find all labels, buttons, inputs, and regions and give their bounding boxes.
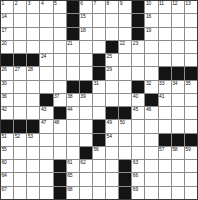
crossword-cell[interactable] — [80, 187, 92, 199]
crossword-cell[interactable] — [14, 160, 26, 172]
crossword-cell[interactable] — [172, 54, 184, 66]
crossword-cell[interactable] — [80, 41, 92, 53]
crossword-cell[interactable] — [40, 67, 52, 79]
crossword-cell[interactable] — [67, 147, 79, 159]
clue-number: 59 — [185, 147, 190, 152]
crossword-cell[interactable]: 36 — [1, 94, 13, 106]
clue-number: 23 — [133, 41, 138, 46]
crossword-cell[interactable] — [132, 67, 144, 79]
black-cell — [93, 134, 105, 146]
clue-number: 2 — [15, 1, 18, 6]
crossword-cell[interactable] — [145, 41, 157, 53]
clue-number: 15 — [80, 14, 85, 19]
crossword-cell[interactable] — [80, 67, 92, 79]
clue-number: 14 — [2, 14, 7, 19]
crossword-cell[interactable]: 15 — [80, 14, 92, 26]
crossword-cell[interactable]: 43 — [40, 107, 52, 119]
clue-number: 56 — [93, 147, 98, 152]
black-cell — [132, 1, 144, 13]
crossword-cell[interactable] — [54, 14, 66, 26]
crossword-cell[interactable] — [93, 94, 105, 106]
crossword-cell[interactable] — [185, 187, 197, 199]
crossword-cell[interactable] — [67, 54, 79, 66]
crossword-cell[interactable] — [54, 81, 66, 93]
crossword-cell[interactable] — [106, 28, 118, 40]
black-cell — [132, 28, 144, 40]
crossword-cell[interactable] — [106, 187, 118, 199]
crossword-cell[interactable] — [132, 120, 144, 132]
crossword-cell[interactable] — [145, 160, 157, 172]
crossword-cell[interactable] — [54, 41, 66, 53]
crossword-cell[interactable]: 10 — [145, 1, 157, 13]
black-cell — [40, 94, 52, 106]
crossword-cell[interactable] — [159, 54, 171, 66]
clue-number: 17 — [2, 28, 7, 33]
clue-number: 24 — [41, 54, 46, 59]
crossword-cell[interactable] — [14, 94, 26, 106]
crossword-cell[interactable] — [119, 67, 131, 79]
clue-number: 7 — [93, 1, 96, 6]
crossword-cell[interactable]: 31 — [93, 81, 105, 93]
clue-number: 65 — [67, 173, 72, 178]
crossword-cell[interactable]: 46 — [145, 107, 157, 119]
crossword-cell[interactable]: 22 — [119, 41, 131, 53]
black-cell — [145, 94, 157, 106]
clue-number: 57 — [159, 147, 164, 152]
crossword-cell[interactable] — [172, 41, 184, 53]
crossword-cell[interactable] — [172, 94, 184, 106]
crossword-cell[interactable]: 65 — [67, 173, 79, 185]
crossword-cell[interactable] — [159, 41, 171, 53]
crossword-cell[interactable] — [14, 107, 26, 119]
crossword-cell[interactable] — [159, 187, 171, 199]
crossword-cell[interactable] — [172, 107, 184, 119]
clue-number: 29 — [107, 67, 112, 72]
crossword-cell[interactable] — [80, 107, 92, 119]
clue-number: 52 — [15, 134, 20, 139]
crossword-cell[interactable] — [172, 28, 184, 40]
clue-number: 12 — [172, 1, 177, 6]
crossword-cell[interactable] — [185, 41, 197, 53]
crossword-cell[interactable]: 12 — [172, 1, 184, 13]
crossword-cell[interactable]: 1 — [1, 1, 13, 13]
crossword-cell[interactable] — [159, 173, 171, 185]
crossword-cell[interactable]: 63 — [132, 160, 144, 172]
crossword-cell[interactable] — [93, 41, 105, 53]
crossword-cell[interactable]: 59 — [185, 147, 197, 159]
crossword-cell[interactable]: 58 — [172, 147, 184, 159]
black-cell — [80, 81, 92, 93]
crossword-cell[interactable]: 21 — [67, 41, 79, 53]
crossword-cell[interactable] — [93, 173, 105, 185]
crossword-cell[interactable] — [54, 54, 66, 66]
clue-number: 27 — [15, 67, 20, 72]
clue-number: 21 — [67, 41, 72, 46]
crossword-cell[interactable]: 18 — [80, 28, 92, 40]
crossword-cell[interactable] — [14, 41, 26, 53]
crossword-cell[interactable] — [27, 173, 39, 185]
clue-number: 18 — [80, 28, 85, 33]
crossword-cell[interactable]: 62 — [80, 160, 92, 172]
crossword-cell[interactable] — [93, 107, 105, 119]
crossword-cell[interactable]: 52 — [14, 134, 26, 146]
crossword-cell[interactable] — [27, 14, 39, 26]
clue-number: 28 — [28, 67, 33, 72]
clue-number: 22 — [120, 41, 125, 46]
black-cell — [106, 107, 118, 119]
crossword-cell[interactable]: 3 — [27, 1, 39, 13]
crossword-cell[interactable] — [106, 94, 118, 106]
black-cell — [54, 107, 66, 119]
black-cell — [132, 81, 144, 93]
clue-number: 69 — [133, 187, 138, 192]
crossword-cell[interactable] — [145, 120, 157, 132]
crossword-cell[interactable]: 32 — [145, 81, 157, 93]
crossword-cell[interactable] — [40, 41, 52, 53]
black-cell — [119, 107, 131, 119]
crossword-cell[interactable] — [106, 173, 118, 185]
crossword-cell[interactable] — [14, 173, 26, 185]
crossword-cell[interactable] — [54, 28, 66, 40]
crossword-cell[interactable]: 4 — [40, 1, 52, 13]
clue-number: 31 — [93, 81, 98, 86]
crossword-cell[interactable] — [145, 147, 157, 159]
crossword-cell[interactable] — [132, 54, 144, 66]
crossword-cell[interactable]: 42 — [1, 107, 13, 119]
crossword-cell[interactable] — [185, 120, 197, 132]
crossword-cell[interactable]: 66 — [132, 173, 144, 185]
clue-number: 19 — [146, 28, 151, 33]
crossword-cell[interactable] — [40, 134, 52, 146]
crossword-cell[interactable] — [27, 41, 39, 53]
crossword-cell[interactable] — [145, 134, 157, 146]
crossword-cell[interactable] — [159, 120, 171, 132]
black-cell — [159, 134, 171, 146]
clue-number: 58 — [172, 147, 177, 152]
crossword-cell[interactable] — [106, 81, 118, 93]
crossword-cell[interactable] — [172, 14, 184, 26]
crossword-cell[interactable] — [132, 134, 144, 146]
clue-number: 42 — [2, 107, 7, 112]
clue-number: 35 — [185, 81, 190, 86]
crossword-cell[interactable] — [14, 28, 26, 40]
black-cell — [67, 1, 79, 13]
crossword-cell[interactable] — [27, 187, 39, 199]
black-cell — [172, 134, 184, 146]
crossword-cell[interactable]: 68 — [67, 187, 79, 199]
black-cell — [185, 134, 197, 146]
clue-number: 38 — [67, 94, 72, 99]
crossword-cell[interactable] — [106, 14, 118, 26]
crossword-cell[interactable] — [27, 94, 39, 106]
crossword-cell[interactable]: 47 — [40, 120, 52, 132]
clue-number: 48 — [54, 120, 59, 125]
crossword-cell[interactable]: 7 — [93, 1, 105, 13]
clue-number: 39 — [80, 94, 85, 99]
crossword-cell[interactable] — [27, 107, 39, 119]
crossword-cell[interactable] — [106, 147, 118, 159]
clue-number: 41 — [159, 94, 164, 99]
crossword-cell[interactable] — [80, 134, 92, 146]
crossword-cell[interactable] — [185, 107, 197, 119]
black-cell — [119, 187, 131, 199]
black-cell — [119, 173, 131, 185]
crossword-cell[interactable]: 56 — [93, 147, 105, 159]
crossword-cell[interactable] — [40, 173, 52, 185]
crossword-cell[interactable]: 24 — [40, 54, 52, 66]
clue-number: 45 — [133, 107, 138, 112]
crossword-cell[interactable] — [172, 120, 184, 132]
crossword-cell[interactable]: 51 — [1, 134, 13, 146]
black-cell — [27, 54, 39, 66]
crossword-cell[interactable]: 28 — [27, 67, 39, 79]
crossword-cell[interactable]: 33 — [159, 81, 171, 93]
clue-number: 4 — [41, 1, 44, 6]
crossword-cell[interactable]: 67 — [1, 187, 13, 199]
crossword-cell[interactable]: 69 — [132, 187, 144, 199]
clue-number: 5 — [54, 1, 57, 6]
clue-number: 63 — [133, 160, 138, 165]
crossword-cell[interactable] — [145, 67, 157, 79]
clue-number: 6 — [80, 1, 83, 6]
clue-number: 1 — [2, 1, 5, 6]
clue-number: 13 — [185, 1, 190, 6]
clue-number: 54 — [107, 134, 112, 139]
black-cell — [80, 147, 92, 159]
black-cell — [172, 67, 184, 79]
crossword-cell[interactable] — [40, 160, 52, 172]
black-cell — [27, 120, 39, 132]
clue-number: 44 — [67, 107, 72, 112]
clue-number: 64 — [2, 173, 7, 178]
crossword-cell[interactable]: 9 — [119, 1, 131, 13]
clue-number: 43 — [41, 107, 46, 112]
crossword-cell[interactable] — [172, 160, 184, 172]
crossword-cell[interactable]: 17 — [1, 28, 13, 40]
crossword-cell[interactable]: 20 — [1, 41, 13, 53]
crossword-grid: 1234567891011121314151617181920212223242… — [0, 0, 198, 200]
crossword-cell[interactable] — [159, 28, 171, 40]
crossword-cell[interactable]: 29 — [106, 67, 118, 79]
clue-number: 3 — [28, 1, 31, 6]
crossword-cell[interactable]: 2 — [14, 1, 26, 13]
crossword-cell[interactable]: 44 — [67, 107, 79, 119]
clue-number: 30 — [2, 81, 7, 86]
clue-number: 9 — [120, 1, 123, 6]
clue-number: 61 — [67, 160, 72, 165]
crossword-cell[interactable] — [54, 67, 66, 79]
crossword-cell[interactable] — [93, 14, 105, 26]
crossword-cell[interactable] — [40, 81, 52, 93]
crossword-cell[interactable] — [119, 28, 131, 40]
crossword-cell[interactable]: 39 — [80, 94, 92, 106]
black-cell — [93, 120, 105, 132]
crossword-cell[interactable] — [27, 147, 39, 159]
clue-number: 62 — [80, 160, 85, 165]
crossword-cell[interactable] — [132, 147, 144, 159]
crossword-cell[interactable] — [159, 107, 171, 119]
crossword-cell[interactable]: 6 — [80, 1, 92, 13]
crossword-cell[interactable] — [145, 54, 157, 66]
clue-number: 40 — [133, 94, 138, 99]
crossword-cell[interactable]: 30 — [1, 81, 13, 93]
crossword-cell[interactable]: 8 — [106, 1, 118, 13]
clue-number: 47 — [41, 120, 46, 125]
black-cell — [54, 187, 66, 199]
crossword-cell[interactable]: 27 — [14, 67, 26, 79]
crossword-cell[interactable] — [80, 120, 92, 132]
black-cell — [93, 67, 105, 79]
crossword-cell[interactable] — [159, 14, 171, 26]
crossword-cell[interactable] — [67, 67, 79, 79]
black-cell — [67, 81, 79, 93]
clue-number: 37 — [54, 94, 59, 99]
crossword-cell[interactable]: 19 — [145, 28, 157, 40]
crossword-cell[interactable] — [185, 14, 197, 26]
crossword-cell[interactable] — [172, 173, 184, 185]
black-cell — [67, 28, 79, 40]
clue-number: 53 — [28, 134, 33, 139]
black-cell — [14, 120, 26, 132]
crossword-cell[interactable]: 14 — [1, 14, 13, 26]
clue-number: 66 — [133, 173, 138, 178]
black-cell — [119, 160, 131, 172]
crossword-cell[interactable]: 16 — [145, 14, 157, 26]
crossword-cell[interactable] — [93, 187, 105, 199]
crossword-cell[interactable] — [80, 173, 92, 185]
crossword-cell[interactable]: 35 — [185, 81, 197, 93]
crossword-cell[interactable] — [40, 28, 52, 40]
crossword-cell[interactable] — [54, 147, 66, 159]
clue-number: 51 — [2, 134, 7, 139]
clue-number: 32 — [146, 81, 151, 86]
crossword-cell[interactable] — [40, 14, 52, 26]
black-cell — [1, 54, 13, 66]
crossword-cell[interactable] — [185, 160, 197, 172]
black-cell — [106, 41, 118, 53]
crossword-cell[interactable] — [93, 160, 105, 172]
clue-number: 8 — [107, 1, 110, 6]
crossword-cell[interactable] — [14, 187, 26, 199]
crossword-cell[interactable] — [185, 173, 197, 185]
crossword-cell[interactable] — [106, 160, 118, 172]
crossword-cell[interactable]: 37 — [54, 94, 66, 106]
black-cell — [159, 67, 171, 79]
crossword-cell[interactable] — [40, 147, 52, 159]
crossword-cell[interactable] — [119, 147, 131, 159]
black-cell — [185, 67, 197, 79]
crossword-cell[interactable]: 54 — [106, 134, 118, 146]
crossword-cell[interactable] — [145, 173, 157, 185]
clue-number: 33 — [159, 81, 164, 86]
clue-number: 67 — [2, 187, 7, 192]
black-cell — [1, 120, 13, 132]
crossword-cell[interactable]: 23 — [132, 41, 144, 53]
clue-number: 68 — [67, 187, 72, 192]
crossword-cell[interactable]: 53 — [27, 134, 39, 146]
clue-number: 20 — [2, 41, 7, 46]
clue-number: 60 — [2, 160, 7, 165]
clue-number: 49 — [107, 120, 112, 125]
crossword-cell[interactable] — [119, 14, 131, 26]
crossword-cell[interactable]: 5 — [54, 1, 66, 13]
crossword-cell[interactable] — [185, 94, 197, 106]
clue-number: 34 — [172, 81, 177, 86]
crossword-cell[interactable] — [67, 134, 79, 146]
crossword-cell[interactable]: 40 — [132, 94, 144, 106]
crossword-cell[interactable]: 41 — [159, 94, 171, 106]
crossword-cell[interactable]: 48 — [54, 120, 66, 132]
crossword-cell[interactable]: 50 — [119, 120, 131, 132]
crossword-cell[interactable]: 38 — [67, 94, 79, 106]
crossword-cell[interactable] — [172, 187, 184, 199]
crossword-cell[interactable]: 64 — [1, 173, 13, 185]
clue-number: 50 — [120, 120, 125, 125]
crossword-cell[interactable] — [54, 134, 66, 146]
crossword-cell[interactable] — [119, 94, 131, 106]
black-cell — [54, 173, 66, 185]
crossword-cell[interactable] — [14, 14, 26, 26]
crossword-cell[interactable]: 11 — [159, 1, 171, 13]
crossword-cell[interactable]: 60 — [1, 160, 13, 172]
crossword-cell[interactable] — [119, 54, 131, 66]
crossword-cell[interactable] — [159, 160, 171, 172]
crossword-cell[interactable]: 55 — [1, 147, 13, 159]
crossword-cell[interactable]: 49 — [106, 120, 118, 132]
crossword-cell[interactable] — [14, 81, 26, 93]
black-cell — [14, 54, 26, 66]
crossword-cell[interactable]: 57 — [159, 147, 171, 159]
clue-number: 55 — [2, 147, 7, 152]
clue-number: 16 — [146, 14, 151, 19]
crossword-cell[interactable] — [67, 120, 79, 132]
crossword-cell[interactable]: 25 — [106, 54, 118, 66]
clue-number: 11 — [159, 1, 164, 6]
black-cell — [67, 14, 79, 26]
crossword-cell[interactable] — [27, 160, 39, 172]
crossword-cell[interactable]: 26 — [1, 67, 13, 79]
crossword-cell[interactable] — [27, 28, 39, 40]
black-cell — [93, 54, 105, 66]
clue-number: 36 — [2, 94, 7, 99]
crossword-cell[interactable] — [27, 81, 39, 93]
crossword-cell[interactable] — [185, 54, 197, 66]
crossword-cell[interactable]: 45 — [132, 107, 144, 119]
black-cell — [132, 14, 144, 26]
crossword-cell[interactable]: 61 — [67, 160, 79, 172]
clue-number: 25 — [107, 54, 112, 59]
crossword-cell[interactable] — [14, 147, 26, 159]
crossword-cell[interactable] — [40, 187, 52, 199]
crossword-cell[interactable] — [145, 187, 157, 199]
clue-number: 26 — [2, 67, 7, 72]
black-cell — [54, 160, 66, 172]
clue-number: 10 — [146, 1, 151, 6]
crossword-cell[interactable] — [80, 54, 92, 66]
clue-number: 46 — [146, 107, 151, 112]
crossword-cell[interactable] — [185, 28, 197, 40]
crossword-cell[interactable] — [119, 81, 131, 93]
crossword-cell[interactable]: 34 — [172, 81, 184, 93]
crossword-cell[interactable] — [119, 134, 131, 146]
crossword-cell[interactable] — [93, 28, 105, 40]
crossword-cell[interactable]: 13 — [185, 1, 197, 13]
